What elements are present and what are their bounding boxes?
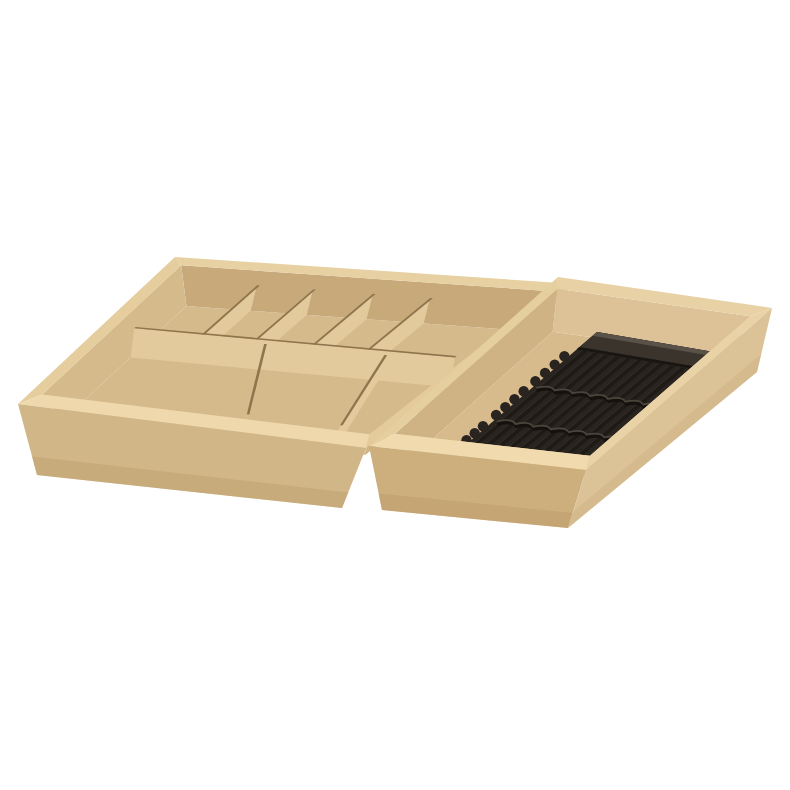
knife-scallop-bump bbox=[559, 351, 569, 361]
knife-scallop-bump bbox=[509, 394, 519, 404]
knife-scallop-bump bbox=[530, 376, 540, 386]
knife-scallop-bump bbox=[470, 428, 480, 438]
bamboo-trays-illustration bbox=[0, 0, 790, 790]
knife-scallop-bump bbox=[478, 421, 488, 431]
knife-scallop-bump bbox=[540, 368, 550, 378]
knife-scallop-bump bbox=[550, 359, 560, 369]
knife-scallop-bump bbox=[519, 386, 529, 396]
knife-scallop-bump bbox=[491, 410, 501, 420]
knife-scallop-bump bbox=[500, 402, 510, 412]
product-photo bbox=[0, 0, 790, 790]
